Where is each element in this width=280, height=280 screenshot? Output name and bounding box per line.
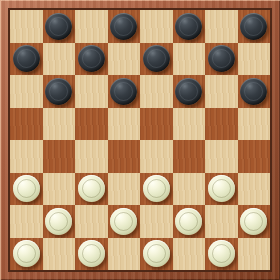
square-r7c7 (238, 238, 271, 271)
square-26[interactable]: ⛀ (108, 205, 141, 238)
black-man-glyph: ⛂ (214, 50, 229, 68)
square-r4c0 (10, 140, 43, 173)
black-man[interactable]: ⛂ (110, 78, 137, 105)
square-29[interactable]: ⛀ (10, 238, 43, 271)
square-14[interactable] (75, 108, 108, 141)
square-r2c6 (205, 75, 238, 108)
black-man-glyph: ⛂ (181, 82, 196, 100)
black-man[interactable]: ⛂ (175, 13, 202, 40)
white-man[interactable]: ⛀ (13, 175, 40, 202)
square-18[interactable] (108, 140, 141, 173)
black-man-glyph: ⛂ (246, 82, 261, 100)
square-r3c5 (173, 108, 206, 141)
square-21[interactable]: ⛀ (10, 173, 43, 206)
square-r4c4 (140, 140, 173, 173)
square-r2c2 (75, 75, 108, 108)
square-5[interactable]: ⛂ (10, 43, 43, 76)
white-man[interactable]: ⛀ (45, 208, 72, 235)
black-man-glyph: ⛂ (51, 17, 66, 35)
square-15[interactable] (140, 108, 173, 141)
white-man-glyph: ⛀ (246, 212, 261, 230)
white-man-glyph: ⛀ (149, 245, 164, 263)
square-8[interactable]: ⛂ (205, 43, 238, 76)
white-man-glyph: ⛀ (181, 212, 196, 230)
square-32[interactable]: ⛀ (205, 238, 238, 271)
white-man[interactable]: ⛀ (143, 175, 170, 202)
square-24[interactable]: ⛀ (205, 173, 238, 206)
square-r6c2 (75, 205, 108, 238)
square-r0c4 (140, 10, 173, 43)
wooden-frame: ⛂⛂⛂⛂⛂⛂⛂⛂⛂⛂⛂⛂⛀⛀⛀⛀⛀⛀⛀⛀⛀⛀⛀⛀ (0, 0, 280, 280)
square-31[interactable]: ⛀ (140, 238, 173, 271)
white-man[interactable]: ⛀ (208, 240, 235, 267)
black-man[interactable]: ⛂ (45, 13, 72, 40)
square-11[interactable]: ⛂ (173, 75, 206, 108)
white-man[interactable]: ⛀ (175, 208, 202, 235)
square-3[interactable]: ⛂ (173, 10, 206, 43)
square-r3c1 (43, 108, 76, 141)
square-r6c0 (10, 205, 43, 238)
square-r1c1 (43, 43, 76, 76)
square-r4c2 (75, 140, 108, 173)
square-r2c4 (140, 75, 173, 108)
square-r5c5 (173, 173, 206, 206)
white-man[interactable]: ⛀ (110, 208, 137, 235)
black-man-glyph: ⛂ (181, 17, 196, 35)
black-man[interactable]: ⛂ (208, 45, 235, 72)
black-man-glyph: ⛂ (116, 82, 131, 100)
square-r1c3 (108, 43, 141, 76)
black-man[interactable]: ⛂ (240, 13, 267, 40)
square-25[interactable]: ⛀ (43, 205, 76, 238)
white-man[interactable]: ⛀ (208, 175, 235, 202)
square-23[interactable]: ⛀ (140, 173, 173, 206)
square-r1c7 (238, 43, 271, 76)
square-30[interactable]: ⛀ (75, 238, 108, 271)
square-20[interactable] (238, 140, 271, 173)
square-r3c3 (108, 108, 141, 141)
square-17[interactable] (43, 140, 76, 173)
square-r3c7 (238, 108, 271, 141)
black-man[interactable]: ⛂ (240, 78, 267, 105)
white-man[interactable]: ⛀ (240, 208, 267, 235)
black-man[interactable]: ⛂ (13, 45, 40, 72)
white-man[interactable]: ⛀ (78, 175, 105, 202)
black-man-glyph: ⛂ (51, 82, 66, 100)
white-man[interactable]: ⛀ (78, 240, 105, 267)
square-9[interactable]: ⛂ (43, 75, 76, 108)
black-man[interactable]: ⛂ (78, 45, 105, 72)
square-12[interactable]: ⛂ (238, 75, 271, 108)
black-man[interactable]: ⛂ (45, 78, 72, 105)
square-r6c4 (140, 205, 173, 238)
square-7[interactable]: ⛂ (140, 43, 173, 76)
black-man[interactable]: ⛂ (143, 45, 170, 72)
black-man-glyph: ⛂ (116, 17, 131, 35)
square-r0c2 (75, 10, 108, 43)
white-man-glyph: ⛀ (84, 245, 99, 263)
black-man-glyph: ⛂ (149, 50, 164, 68)
white-man[interactable]: ⛀ (143, 240, 170, 267)
square-4[interactable]: ⛂ (238, 10, 271, 43)
square-r5c7 (238, 173, 271, 206)
square-r7c3 (108, 238, 141, 271)
square-27[interactable]: ⛀ (173, 205, 206, 238)
square-1[interactable]: ⛂ (43, 10, 76, 43)
square-22[interactable]: ⛀ (75, 173, 108, 206)
black-man-glyph: ⛂ (84, 50, 99, 68)
white-man-glyph: ⛀ (19, 245, 34, 263)
checkers-board: ⛂⛂⛂⛂⛂⛂⛂⛂⛂⛂⛂⛂⛀⛀⛀⛀⛀⛀⛀⛀⛀⛀⛀⛀ (10, 10, 270, 270)
square-r7c5 (173, 238, 206, 271)
white-man-glyph: ⛀ (149, 180, 164, 198)
square-r5c1 (43, 173, 76, 206)
white-man-glyph: ⛀ (19, 180, 34, 198)
square-19[interactable] (173, 140, 206, 173)
square-r1c5 (173, 43, 206, 76)
square-r7c1 (43, 238, 76, 271)
square-6[interactable]: ⛂ (75, 43, 108, 76)
black-man[interactable]: ⛂ (175, 78, 202, 105)
white-man[interactable]: ⛀ (13, 240, 40, 267)
black-man[interactable]: ⛂ (110, 13, 137, 40)
square-16[interactable] (205, 108, 238, 141)
square-10[interactable]: ⛂ (108, 75, 141, 108)
square-r6c6 (205, 205, 238, 238)
white-man-glyph: ⛀ (84, 180, 99, 198)
square-13[interactable] (10, 108, 43, 141)
square-28[interactable]: ⛀ (238, 205, 271, 238)
square-r4c6 (205, 140, 238, 173)
square-r5c3 (108, 173, 141, 206)
square-r0c6 (205, 10, 238, 43)
black-man-glyph: ⛂ (246, 17, 261, 35)
square-r2c0 (10, 75, 43, 108)
white-man-glyph: ⛀ (214, 245, 229, 263)
white-man-glyph: ⛀ (116, 212, 131, 230)
square-r0c0 (10, 10, 43, 43)
square-2[interactable]: ⛂ (108, 10, 141, 43)
black-man-glyph: ⛂ (19, 50, 34, 68)
white-man-glyph: ⛀ (51, 212, 66, 230)
white-man-glyph: ⛀ (214, 180, 229, 198)
